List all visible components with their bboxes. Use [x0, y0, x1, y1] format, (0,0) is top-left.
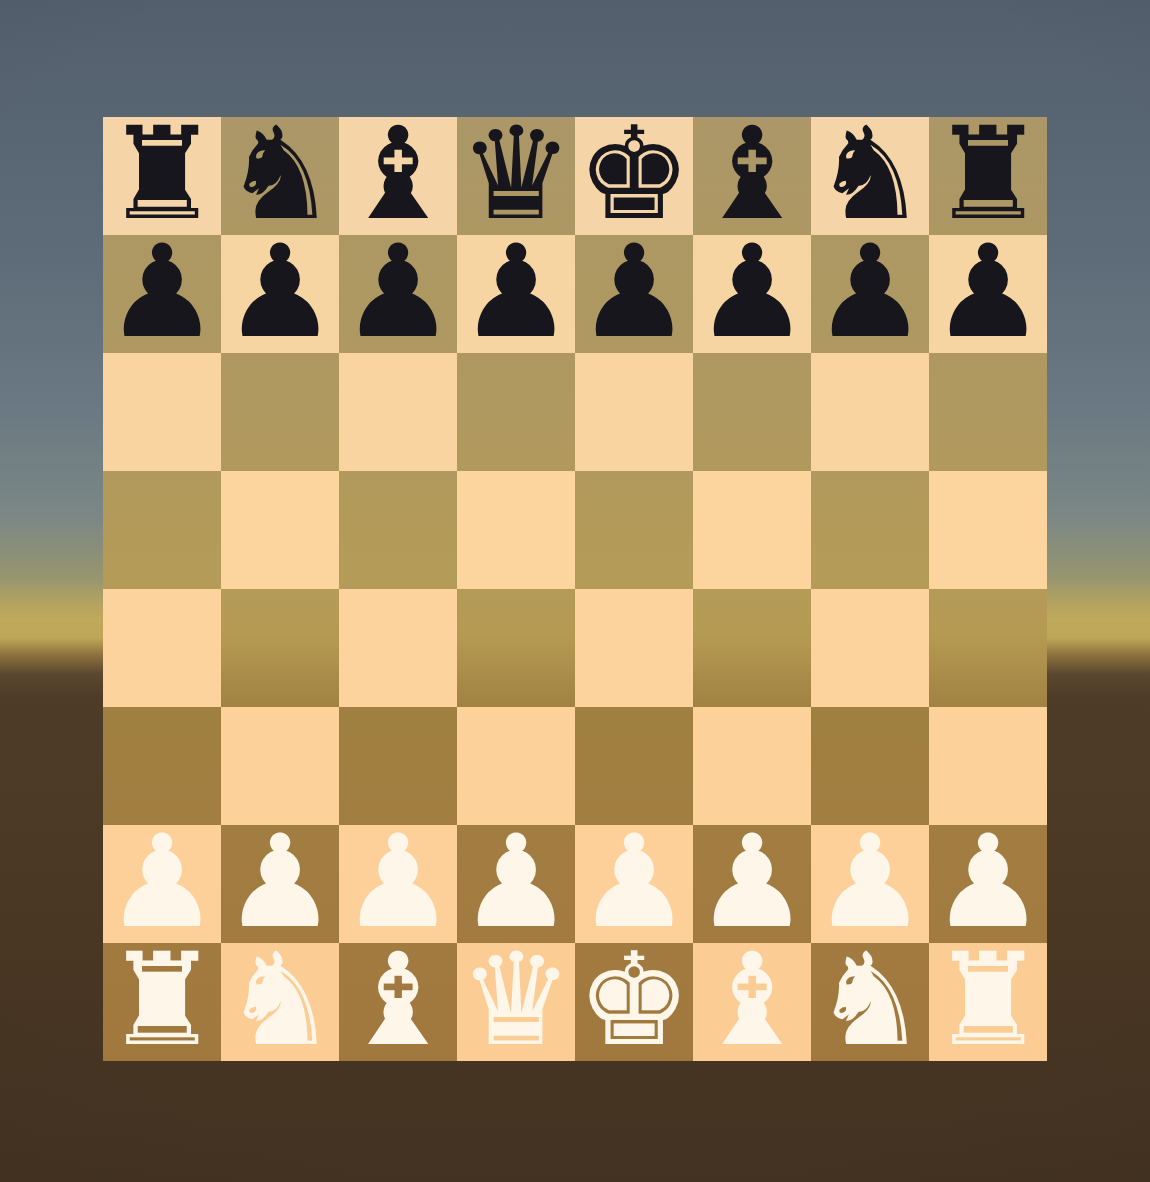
square-a8[interactable]: ♜	[103, 117, 221, 235]
piece-black-king[interactable]: ♚	[577, 117, 692, 235]
piece-black-knight[interactable]: ♞	[223, 117, 338, 235]
square-f7[interactable]: ♟	[693, 235, 811, 353]
square-e6[interactable]	[575, 353, 693, 471]
piece-black-pawn[interactable]: ♟	[577, 235, 692, 353]
piece-black-pawn[interactable]: ♟	[931, 235, 1046, 353]
piece-white-pawn[interactable]: ♟	[459, 825, 574, 943]
square-h5[interactable]	[929, 471, 1047, 589]
piece-white-knight[interactable]: ♞	[813, 943, 928, 1061]
square-g2[interactable]: ♟	[811, 825, 929, 943]
square-f4[interactable]	[693, 589, 811, 707]
square-d1[interactable]: ♛	[457, 943, 575, 1061]
square-e7[interactable]: ♟	[575, 235, 693, 353]
piece-white-pawn[interactable]: ♟	[341, 825, 456, 943]
square-g4[interactable]	[811, 589, 929, 707]
square-b3[interactable]	[221, 707, 339, 825]
scene-background: ♜♞♝♛♚♝♞♜♟♟♟♟♟♟♟♟♟♟♟♟♟♟♟♟♜♞♝♛♚♝♞♜	[0, 0, 1150, 1182]
piece-black-rook[interactable]: ♜	[105, 117, 220, 235]
square-e2[interactable]: ♟	[575, 825, 693, 943]
chess-board: ♜♞♝♛♚♝♞♜♟♟♟♟♟♟♟♟♟♟♟♟♟♟♟♟♜♞♝♛♚♝♞♜	[103, 117, 1047, 1061]
square-f8[interactable]: ♝	[693, 117, 811, 235]
square-c6[interactable]	[339, 353, 457, 471]
piece-black-pawn[interactable]: ♟	[223, 235, 338, 353]
square-f5[interactable]	[693, 471, 811, 589]
square-b7[interactable]: ♟	[221, 235, 339, 353]
square-b4[interactable]	[221, 589, 339, 707]
square-d2[interactable]: ♟	[457, 825, 575, 943]
square-h4[interactable]	[929, 589, 1047, 707]
square-h7[interactable]: ♟	[929, 235, 1047, 353]
piece-white-pawn[interactable]: ♟	[577, 825, 692, 943]
square-d7[interactable]: ♟	[457, 235, 575, 353]
piece-black-rook[interactable]: ♜	[931, 117, 1046, 235]
square-h3[interactable]	[929, 707, 1047, 825]
square-d8[interactable]: ♛	[457, 117, 575, 235]
piece-white-pawn[interactable]: ♟	[695, 825, 810, 943]
square-g6[interactable]	[811, 353, 929, 471]
piece-white-bishop[interactable]: ♝	[341, 943, 456, 1061]
square-g7[interactable]: ♟	[811, 235, 929, 353]
square-f1[interactable]: ♝	[693, 943, 811, 1061]
square-e8[interactable]: ♚	[575, 117, 693, 235]
square-h6[interactable]	[929, 353, 1047, 471]
piece-black-pawn[interactable]: ♟	[459, 235, 574, 353]
square-f2[interactable]: ♟	[693, 825, 811, 943]
square-b1[interactable]: ♞	[221, 943, 339, 1061]
square-c2[interactable]: ♟	[339, 825, 457, 943]
square-d4[interactable]	[457, 589, 575, 707]
piece-black-bishop[interactable]: ♝	[695, 117, 810, 235]
square-e4[interactable]	[575, 589, 693, 707]
square-a6[interactable]	[103, 353, 221, 471]
square-c4[interactable]	[339, 589, 457, 707]
square-b6[interactable]	[221, 353, 339, 471]
square-g5[interactable]	[811, 471, 929, 589]
square-a5[interactable]	[103, 471, 221, 589]
piece-white-knight[interactable]: ♞	[223, 943, 338, 1061]
square-h2[interactable]: ♟	[929, 825, 1047, 943]
square-d5[interactable]	[457, 471, 575, 589]
piece-white-pawn[interactable]: ♟	[105, 825, 220, 943]
square-h1[interactable]: ♜	[929, 943, 1047, 1061]
square-c7[interactable]: ♟	[339, 235, 457, 353]
piece-white-queen[interactable]: ♛	[459, 943, 574, 1061]
square-e3[interactable]	[575, 707, 693, 825]
piece-black-pawn[interactable]: ♟	[105, 235, 220, 353]
piece-white-pawn[interactable]: ♟	[223, 825, 338, 943]
piece-black-knight[interactable]: ♞	[813, 117, 928, 235]
square-g1[interactable]: ♞	[811, 943, 929, 1061]
square-g3[interactable]	[811, 707, 929, 825]
piece-black-pawn[interactable]: ♟	[695, 235, 810, 353]
square-c5[interactable]	[339, 471, 457, 589]
square-e1[interactable]: ♚	[575, 943, 693, 1061]
square-d6[interactable]	[457, 353, 575, 471]
piece-white-pawn[interactable]: ♟	[931, 825, 1046, 943]
piece-black-queen[interactable]: ♛	[459, 117, 574, 235]
piece-black-pawn[interactable]: ♟	[813, 235, 928, 353]
square-d3[interactable]	[457, 707, 575, 825]
square-a1[interactable]: ♜	[103, 943, 221, 1061]
square-a4[interactable]	[103, 589, 221, 707]
piece-white-rook[interactable]: ♜	[105, 943, 220, 1061]
square-a2[interactable]: ♟	[103, 825, 221, 943]
square-b5[interactable]	[221, 471, 339, 589]
square-e5[interactable]	[575, 471, 693, 589]
piece-white-rook[interactable]: ♜	[931, 943, 1046, 1061]
square-a7[interactable]: ♟	[103, 235, 221, 353]
piece-white-pawn[interactable]: ♟	[813, 825, 928, 943]
square-g8[interactable]: ♞	[811, 117, 929, 235]
square-f6[interactable]	[693, 353, 811, 471]
square-h8[interactable]: ♜	[929, 117, 1047, 235]
square-b8[interactable]: ♞	[221, 117, 339, 235]
square-a3[interactable]	[103, 707, 221, 825]
square-f3[interactable]	[693, 707, 811, 825]
piece-black-bishop[interactable]: ♝	[341, 117, 456, 235]
piece-white-bishop[interactable]: ♝	[695, 943, 810, 1061]
square-c1[interactable]: ♝	[339, 943, 457, 1061]
square-c3[interactable]	[339, 707, 457, 825]
piece-black-pawn[interactable]: ♟	[341, 235, 456, 353]
square-c8[interactable]: ♝	[339, 117, 457, 235]
piece-white-king[interactable]: ♚	[577, 943, 692, 1061]
square-b2[interactable]: ♟	[221, 825, 339, 943]
